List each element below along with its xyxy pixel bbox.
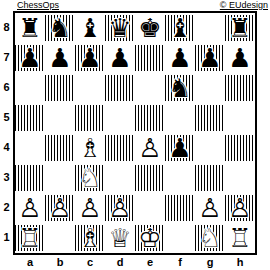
- file-label-e: e: [135, 255, 165, 269]
- square-b8[interactable]: ♞: [45, 13, 75, 43]
- square-d6[interactable]: [105, 73, 135, 103]
- square-h5[interactable]: [225, 103, 255, 133]
- square-a1[interactable]: ♜♖: [15, 223, 45, 253]
- square-f3[interactable]: [165, 163, 195, 193]
- file-label-a: a: [15, 255, 45, 269]
- file-label-d: d: [105, 255, 135, 269]
- square-f5[interactable]: [165, 103, 195, 133]
- black-bishop-icon: ♝: [75, 13, 105, 43]
- square-c2[interactable]: ♟♙: [75, 193, 105, 223]
- rank-labels: 87654321: [0, 13, 13, 253]
- chess-board: ♜♞♝♛♚♝♜♟♟♟♟♟♟♟♞♝♗♟♙♟♞♘♟♙♟♙♟♙♟♙♟♙♟♙♜♖♝♗♛♕…: [13, 11, 257, 255]
- square-e4[interactable]: ♟♙: [135, 133, 165, 163]
- black-pawn-icon: ♟: [165, 133, 195, 163]
- rank-label-7: 7: [0, 43, 13, 73]
- white-rook-icon: ♖: [15, 223, 45, 253]
- square-a4[interactable]: [15, 133, 45, 163]
- square-d8[interactable]: ♛: [105, 13, 135, 43]
- square-h7[interactable]: ♟: [225, 43, 255, 73]
- copyright-link[interactable]: © EUdesign: [220, 0, 268, 10]
- white-pawn-icon: ♙: [135, 133, 165, 163]
- square-a6[interactable]: [15, 73, 45, 103]
- square-a7[interactable]: ♟: [15, 43, 45, 73]
- square-b5[interactable]: [45, 103, 75, 133]
- square-d4[interactable]: [105, 133, 135, 163]
- square-d3[interactable]: [105, 163, 135, 193]
- white-knight-icon: ♘: [75, 163, 105, 193]
- square-c4[interactable]: ♝♗: [75, 133, 105, 163]
- white-bishop-icon: ♗: [75, 133, 105, 163]
- square-g7[interactable]: ♟: [195, 43, 225, 73]
- white-king-icon: ♔: [135, 223, 165, 253]
- square-c5[interactable]: [75, 103, 105, 133]
- square-a5[interactable]: [15, 103, 45, 133]
- square-c1[interactable]: ♝♗: [75, 223, 105, 253]
- square-e6[interactable]: [135, 73, 165, 103]
- rank-label-3: 3: [0, 163, 13, 193]
- header-bar: ChessOps © EUdesign: [0, 0, 270, 11]
- square-c8[interactable]: ♝: [75, 13, 105, 43]
- black-pawn-icon: ♟: [15, 43, 45, 73]
- square-a2[interactable]: ♟♙: [15, 193, 45, 223]
- black-bishop-icon: ♝: [165, 13, 195, 43]
- square-b3[interactable]: [45, 163, 75, 193]
- square-a3[interactable]: [15, 163, 45, 193]
- black-pawn-icon: ♟: [105, 43, 135, 73]
- square-b1[interactable]: [45, 223, 75, 253]
- white-pawn-icon: ♙: [225, 193, 255, 223]
- white-bishop-icon: ♗: [75, 223, 105, 253]
- rank-label-8: 8: [0, 13, 13, 43]
- rank-label-4: 4: [0, 133, 13, 163]
- square-f1[interactable]: [165, 223, 195, 253]
- square-b6[interactable]: [45, 73, 75, 103]
- file-label-f: f: [165, 255, 195, 269]
- square-e2[interactable]: [135, 193, 165, 223]
- square-f6[interactable]: ♞: [165, 73, 195, 103]
- square-h4[interactable]: [225, 133, 255, 163]
- white-rook-icon: ♖: [225, 223, 255, 253]
- white-pawn-icon: ♙: [75, 193, 105, 223]
- rank-label-5: 5: [0, 103, 13, 133]
- square-h2[interactable]: ♟♙: [225, 193, 255, 223]
- file-label-c: c: [75, 255, 105, 269]
- square-h8[interactable]: ♜: [225, 13, 255, 43]
- rank-label-6: 6: [0, 73, 13, 103]
- black-pawn-icon: ♟: [75, 43, 105, 73]
- square-f7[interactable]: ♟: [165, 43, 195, 73]
- black-pawn-icon: ♟: [165, 43, 195, 73]
- black-rook-icon: ♜: [225, 13, 255, 43]
- square-e3[interactable]: [135, 163, 165, 193]
- square-d2[interactable]: ♟♙: [105, 193, 135, 223]
- square-b2[interactable]: ♟♙: [45, 193, 75, 223]
- rank-label-2: 2: [0, 193, 13, 223]
- square-g1[interactable]: ♞♘: [195, 223, 225, 253]
- square-h1[interactable]: ♜♖: [225, 223, 255, 253]
- square-g4[interactable]: [195, 133, 225, 163]
- file-label-b: b: [45, 255, 75, 269]
- square-f2[interactable]: [165, 193, 195, 223]
- square-d7[interactable]: ♟: [105, 43, 135, 73]
- square-g3[interactable]: [195, 163, 225, 193]
- file-label-g: g: [195, 255, 225, 269]
- file-labels: abcdefgh: [15, 255, 255, 269]
- square-f8[interactable]: ♝: [165, 13, 195, 43]
- app-title-link[interactable]: ChessOps: [17, 0, 59, 10]
- square-g2[interactable]: ♟♙: [195, 193, 225, 223]
- square-c6[interactable]: [75, 73, 105, 103]
- square-g6[interactable]: [195, 73, 225, 103]
- square-c3[interactable]: ♞♘: [75, 163, 105, 193]
- black-rook-icon: ♜: [15, 13, 45, 43]
- black-pawn-icon: ♟: [225, 43, 255, 73]
- white-pawn-icon: ♙: [105, 193, 135, 223]
- black-king-icon: ♚: [135, 13, 165, 43]
- rank-label-1: 1: [0, 223, 13, 253]
- square-g5[interactable]: [195, 103, 225, 133]
- square-e7[interactable]: [135, 43, 165, 73]
- square-f4[interactable]: ♟: [165, 133, 195, 163]
- black-pawn-icon: ♟: [195, 43, 225, 73]
- square-d1[interactable]: ♛♕: [105, 223, 135, 253]
- square-e5[interactable]: [135, 103, 165, 133]
- black-knight-icon: ♞: [45, 13, 75, 43]
- square-a8[interactable]: ♜: [15, 13, 45, 43]
- white-pawn-icon: ♙: [195, 193, 225, 223]
- file-label-h: h: [225, 255, 255, 269]
- white-queen-icon: ♕: [105, 223, 135, 253]
- square-e1[interactable]: ♚♔: [135, 223, 165, 253]
- square-h6[interactable]: [225, 73, 255, 103]
- white-pawn-icon: ♙: [15, 193, 45, 223]
- square-e8[interactable]: ♚: [135, 13, 165, 43]
- square-b7[interactable]: ♟: [45, 43, 75, 73]
- white-knight-icon: ♘: [195, 223, 225, 253]
- black-knight-icon: ♞: [165, 73, 195, 103]
- black-queen-icon: ♛: [105, 13, 135, 43]
- square-b4[interactable]: [45, 133, 75, 163]
- square-g8[interactable]: [195, 13, 225, 43]
- white-pawn-icon: ♙: [45, 193, 75, 223]
- square-h3[interactable]: [225, 163, 255, 193]
- square-c7[interactable]: ♟: [75, 43, 105, 73]
- black-pawn-icon: ♟: [45, 43, 75, 73]
- square-d5[interactable]: [105, 103, 135, 133]
